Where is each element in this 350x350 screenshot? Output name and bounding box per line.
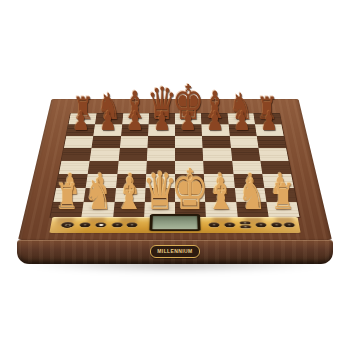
piece-black-pawn-d7[interactable]: ♟	[153, 108, 171, 134]
piece-black-pawn-b7[interactable]: ♟	[99, 108, 117, 134]
piece-black-pawn-g7[interactable]: ♟	[233, 108, 251, 134]
piece-black-pawn-h7[interactable]: ♟	[260, 108, 278, 134]
piece-white-bishop-c1[interactable]: ♝	[114, 173, 144, 217]
piece-black-pawn-c7[interactable]: ♟	[126, 108, 144, 134]
piece-white-knight-g1[interactable]: ♞	[238, 174, 266, 216]
piece-black-pawn-f7[interactable]: ♟	[207, 108, 225, 134]
pieces-layer: ♜♞♝♛♚♝♞♜♟♟♟♟♟♟♟♟♟♟♟♟♟♟♟♟♜♞♝♛♚♝♞♜	[0, 0, 350, 350]
piece-white-rook-h1[interactable]: ♜	[271, 179, 295, 215]
piece-white-king-e1[interactable]: ♚	[172, 162, 210, 218]
piece-black-pawn-a7[interactable]: ♟	[72, 108, 90, 134]
chess-computer-photo: MILLENNIUM ♜♞♝♛♚♝♞♜♟♟♟♟♟♟♟♟♟♟♟♟♟♟♟♟♜♞♝♛♚…	[0, 0, 350, 350]
piece-black-pawn-e7[interactable]: ♟	[180, 108, 198, 134]
piece-white-knight-b1[interactable]: ♞	[84, 174, 112, 216]
piece-white-bishop-f1[interactable]: ♝	[206, 173, 236, 217]
piece-white-rook-a1[interactable]: ♜	[55, 179, 79, 215]
